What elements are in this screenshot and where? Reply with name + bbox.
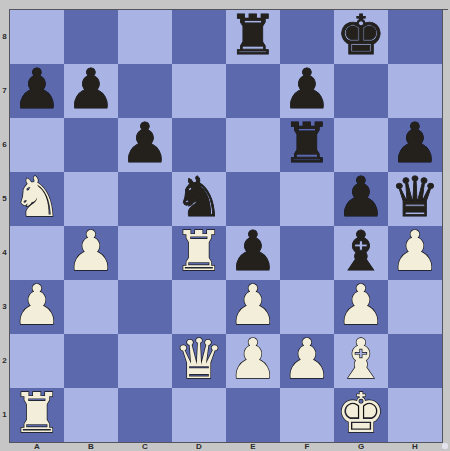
square-f8[interactable] (280, 10, 334, 64)
piece-black-pawn[interactable]: ♟ (336, 170, 385, 224)
file-label-h: H (388, 442, 442, 451)
square-a6[interactable] (10, 118, 64, 172)
square-c4[interactable] (118, 226, 172, 280)
file-label-g: G (334, 442, 388, 451)
rank-label-6: 6 (0, 117, 9, 171)
piece-white-pawn[interactable]: ♟ (12, 278, 61, 332)
piece-black-rook[interactable]: ♜ (228, 8, 277, 62)
square-c7[interactable] (118, 64, 172, 118)
rank-label-2: 2 (0, 333, 9, 387)
square-d3[interactable] (172, 280, 226, 334)
rank-label-8: 8 (0, 9, 9, 63)
piece-white-rook[interactable]: ♜ (12, 386, 61, 440)
piece-white-pawn[interactable]: ♟ (336, 278, 385, 332)
file-label-f: F (280, 442, 334, 451)
square-d1[interactable] (172, 388, 226, 442)
piece-white-rook[interactable]: ♜ (174, 224, 223, 278)
piece-white-queen[interactable]: ♛ (174, 332, 223, 386)
square-d4[interactable]: ♜ (172, 226, 226, 280)
square-f5[interactable] (280, 172, 334, 226)
piece-white-pawn[interactable]: ♟ (282, 332, 331, 386)
rank-label-5: 5 (0, 171, 9, 225)
square-e8[interactable]: ♜ (226, 10, 280, 64)
square-g1[interactable]: ♚ (334, 388, 388, 442)
square-e4[interactable]: ♟ (226, 226, 280, 280)
square-h5[interactable]: ♛ (388, 172, 442, 226)
square-g7[interactable] (334, 64, 388, 118)
square-d5[interactable]: ♞ (172, 172, 226, 226)
square-f1[interactable] (280, 388, 334, 442)
rank-label-7: 7 (0, 63, 9, 117)
rank-label-4: 4 (0, 225, 9, 279)
file-label-a: A (10, 442, 64, 451)
square-e7[interactable] (226, 64, 280, 118)
square-c6[interactable]: ♟ (118, 118, 172, 172)
piece-white-king[interactable]: ♚ (336, 386, 385, 440)
square-a7[interactable]: ♟ (10, 64, 64, 118)
square-d8[interactable] (172, 10, 226, 64)
square-c5[interactable] (118, 172, 172, 226)
square-h6[interactable]: ♟ (388, 118, 442, 172)
square-f4[interactable] (280, 226, 334, 280)
white-to-move-indicator-dot (442, 443, 448, 449)
square-b3[interactable] (64, 280, 118, 334)
piece-black-bishop[interactable]: ♝ (336, 224, 385, 278)
piece-black-king[interactable]: ♚ (336, 8, 385, 62)
square-d6[interactable] (172, 118, 226, 172)
square-b7[interactable]: ♟ (64, 64, 118, 118)
square-e6[interactable] (226, 118, 280, 172)
file-label-b: B (64, 442, 118, 451)
square-h7[interactable] (388, 64, 442, 118)
piece-white-pawn[interactable]: ♟ (228, 278, 277, 332)
piece-white-pawn[interactable]: ♟ (66, 224, 115, 278)
piece-black-pawn[interactable]: ♟ (66, 62, 115, 116)
piece-black-pawn[interactable]: ♟ (12, 62, 61, 116)
piece-black-pawn[interactable]: ♟ (390, 116, 439, 170)
square-g4[interactable]: ♝ (334, 226, 388, 280)
piece-white-knight[interactable]: ♞ (12, 170, 61, 224)
square-f3[interactable] (280, 280, 334, 334)
square-a1[interactable]: ♜ (10, 388, 64, 442)
file-label-e: E (226, 442, 280, 451)
square-a2[interactable] (10, 334, 64, 388)
square-h8[interactable] (388, 10, 442, 64)
square-h1[interactable] (388, 388, 442, 442)
square-b2[interactable] (64, 334, 118, 388)
square-e3[interactable]: ♟ (226, 280, 280, 334)
square-g8[interactable]: ♚ (334, 10, 388, 64)
square-g3[interactable]: ♟ (334, 280, 388, 334)
square-a4[interactable] (10, 226, 64, 280)
piece-black-pawn[interactable]: ♟ (282, 62, 331, 116)
piece-white-bishop[interactable]: ♝ (336, 332, 385, 386)
piece-white-pawn[interactable]: ♟ (390, 224, 439, 278)
square-b4[interactable]: ♟ (64, 226, 118, 280)
square-a8[interactable] (10, 10, 64, 64)
piece-black-rook[interactable]: ♜ (282, 116, 331, 170)
square-d2[interactable]: ♛ (172, 334, 226, 388)
square-e2[interactable]: ♟ (226, 334, 280, 388)
square-c8[interactable] (118, 10, 172, 64)
chess-board: ♜♚♟♟♟♟♜♟♞♞♟♛♟♜♟♝♟♟♟♟♛♟♟♝♜♚ (10, 10, 442, 442)
file-label-d: D (172, 442, 226, 451)
file-label-c: C (118, 442, 172, 451)
square-h2[interactable] (388, 334, 442, 388)
piece-white-pawn[interactable]: ♟ (228, 332, 277, 386)
square-b5[interactable] (64, 172, 118, 226)
square-g6[interactable] (334, 118, 388, 172)
square-a5[interactable]: ♞ (10, 172, 64, 226)
square-d7[interactable] (172, 64, 226, 118)
square-f6[interactable]: ♜ (280, 118, 334, 172)
piece-black-pawn[interactable]: ♟ (120, 116, 169, 170)
square-b6[interactable] (64, 118, 118, 172)
square-a3[interactable]: ♟ (10, 280, 64, 334)
square-b8[interactable] (64, 10, 118, 64)
piece-black-pawn[interactable]: ♟ (228, 224, 277, 278)
square-h4[interactable]: ♟ (388, 226, 442, 280)
square-e5[interactable] (226, 172, 280, 226)
square-b1[interactable] (64, 388, 118, 442)
square-c1[interactable] (118, 388, 172, 442)
square-g2[interactable]: ♝ (334, 334, 388, 388)
piece-black-queen[interactable]: ♛ (390, 170, 439, 224)
piece-black-knight[interactable]: ♞ (174, 170, 223, 224)
rank-label-1: 1 (0, 387, 9, 441)
board-panel: ♜♚♟♟♟♟♜♟♞♞♟♛♟♜♟♝♟♟♟♟♛♟♟♝♜♚ 87654321 ABCD… (0, 0, 450, 451)
square-f2[interactable]: ♟ (280, 334, 334, 388)
square-c3[interactable] (118, 280, 172, 334)
square-g5[interactable]: ♟ (334, 172, 388, 226)
square-c2[interactable] (118, 334, 172, 388)
square-h3[interactable] (388, 280, 442, 334)
square-e1[interactable] (226, 388, 280, 442)
square-f7[interactable]: ♟ (280, 64, 334, 118)
rank-label-3: 3 (0, 279, 9, 333)
